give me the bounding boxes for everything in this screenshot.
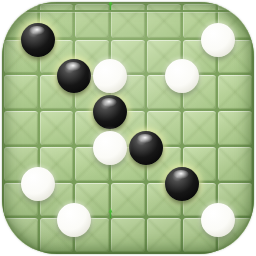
screenshot-canvas [0, 0, 256, 256]
board-tile [4, 75, 38, 109]
white-stone [93, 59, 127, 93]
white-stone [165, 59, 199, 93]
board-tile [4, 218, 38, 252]
white-stone [201, 203, 235, 237]
board-tile [111, 183, 145, 217]
black-stone [21, 23, 55, 57]
white-stone [93, 131, 127, 165]
white-stone [21, 167, 55, 201]
black-stone [57, 59, 91, 93]
board-tile [111, 218, 145, 252]
white-stone [201, 23, 235, 57]
board-tile [40, 111, 74, 145]
gomoku-app-icon[interactable] [2, 2, 254, 254]
black-stone [165, 167, 199, 201]
board-tile [218, 75, 252, 109]
board-tile [4, 111, 38, 145]
board-tile [147, 218, 181, 252]
board-tile [183, 111, 217, 145]
black-stone [93, 95, 127, 129]
board-tile [218, 111, 252, 145]
white-stone [57, 203, 91, 237]
board-tile [218, 147, 252, 181]
black-stone [129, 131, 163, 165]
board-top-groove-line [2, 10, 254, 12]
